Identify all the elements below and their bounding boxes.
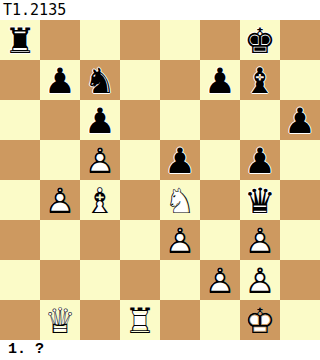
- black-piece-fill: ♞: [80, 60, 120, 100]
- square-g6[interactable]: [240, 100, 280, 140]
- piece-black-pawn: ♟: [280, 100, 320, 140]
- piece-black-pawn: ♟: [240, 140, 280, 180]
- square-e1[interactable]: [160, 300, 200, 340]
- square-d6[interactable]: [120, 100, 160, 140]
- square-b1[interactable]: ♛♕: [40, 300, 80, 340]
- piece-white-knight: ♞♘: [160, 180, 200, 220]
- square-c7[interactable]: ♞: [80, 60, 120, 100]
- white-piece-outline: ♙: [240, 220, 280, 260]
- square-h2[interactable]: [280, 260, 320, 300]
- piece-white-pawn: ♟♙: [200, 260, 240, 300]
- white-piece-outline: ♖: [120, 300, 160, 340]
- square-f4[interactable]: [200, 180, 240, 220]
- white-piece-outline: ♙: [40, 180, 80, 220]
- square-f1[interactable]: [200, 300, 240, 340]
- square-e8[interactable]: [160, 20, 200, 60]
- square-e6[interactable]: [160, 100, 200, 140]
- square-a8[interactable]: ♜: [0, 20, 40, 60]
- piece-black-pawn: ♟: [160, 140, 200, 180]
- square-a3[interactable]: [0, 220, 40, 260]
- piece-black-king: ♚: [240, 20, 280, 60]
- square-a7[interactable]: [0, 60, 40, 100]
- move-prompt: 1. ?: [8, 341, 44, 358]
- square-e4[interactable]: ♞♘: [160, 180, 200, 220]
- square-g3[interactable]: ♟♙: [240, 220, 280, 260]
- footer-bar: 1. ?: [0, 340, 320, 360]
- square-e7[interactable]: [160, 60, 200, 100]
- square-b8[interactable]: [40, 20, 80, 60]
- piece-white-pawn: ♟♙: [40, 180, 80, 220]
- square-b6[interactable]: [40, 100, 80, 140]
- black-piece-fill: ♚: [240, 20, 280, 60]
- black-piece-fill: ♟: [280, 100, 320, 140]
- black-piece-fill: ♟: [160, 140, 200, 180]
- black-piece-fill: ♟: [40, 60, 80, 100]
- piece-black-bishop: ♝: [240, 60, 280, 100]
- square-f3[interactable]: [200, 220, 240, 260]
- square-d4[interactable]: [120, 180, 160, 220]
- white-piece-outline: ♔: [240, 300, 280, 340]
- black-piece-fill: ♟: [240, 140, 280, 180]
- piece-black-rook: ♜: [0, 20, 40, 60]
- square-h6[interactable]: ♟: [280, 100, 320, 140]
- piece-white-pawn: ♟♙: [160, 220, 200, 260]
- black-piece-fill: ♟: [80, 100, 120, 140]
- square-g8[interactable]: ♚: [240, 20, 280, 60]
- square-f8[interactable]: [200, 20, 240, 60]
- square-c6[interactable]: ♟: [80, 100, 120, 140]
- piece-black-queen: ♛: [240, 180, 280, 220]
- square-f2[interactable]: ♟♙: [200, 260, 240, 300]
- square-d7[interactable]: [120, 60, 160, 100]
- square-h7[interactable]: [280, 60, 320, 100]
- square-d1[interactable]: ♜♖: [120, 300, 160, 340]
- square-f6[interactable]: [200, 100, 240, 140]
- chess-board: ♜♚♟♞♟♝♟♟♟♙♟♟♟♙♝♗♞♘♛♟♙♟♙♟♙♟♙♛♕♜♖♚♔: [0, 20, 320, 340]
- square-d2[interactable]: [120, 260, 160, 300]
- square-c4[interactable]: ♝♗: [80, 180, 120, 220]
- square-h5[interactable]: [280, 140, 320, 180]
- piece-white-pawn: ♟♙: [240, 260, 280, 300]
- white-piece-outline: ♙: [160, 220, 200, 260]
- piece-white-bishop: ♝♗: [80, 180, 120, 220]
- square-a1[interactable]: [0, 300, 40, 340]
- square-g1[interactable]: ♚♔: [240, 300, 280, 340]
- piece-white-pawn: ♟♙: [240, 220, 280, 260]
- piece-black-pawn: ♟: [80, 100, 120, 140]
- piece-white-king: ♚♔: [240, 300, 280, 340]
- piece-white-pawn: ♟♙: [80, 140, 120, 180]
- square-e5[interactable]: ♟: [160, 140, 200, 180]
- black-piece-fill: ♟: [200, 60, 240, 100]
- square-a2[interactable]: [0, 260, 40, 300]
- white-piece-outline: ♕: [40, 300, 80, 340]
- square-a6[interactable]: [0, 100, 40, 140]
- header-bar: T1.2135: [0, 0, 320, 20]
- square-c5[interactable]: ♟♙: [80, 140, 120, 180]
- white-piece-outline: ♗: [80, 180, 120, 220]
- square-h8[interactable]: [280, 20, 320, 60]
- square-c8[interactable]: [80, 20, 120, 60]
- piece-white-queen: ♛♕: [40, 300, 80, 340]
- square-b3[interactable]: [40, 220, 80, 260]
- square-e3[interactable]: ♟♙: [160, 220, 200, 260]
- square-b7[interactable]: ♟: [40, 60, 80, 100]
- square-b4[interactable]: ♟♙: [40, 180, 80, 220]
- chess-puzzle-page: T1.2135 ♜♚♟♞♟♝♟♟♟♙♟♟♟♙♝♗♞♘♛♟♙♟♙♟♙♟♙♛♕♜♖♚…: [0, 0, 320, 360]
- black-piece-fill: ♜: [0, 20, 40, 60]
- square-d5[interactable]: [120, 140, 160, 180]
- white-piece-outline: ♙: [200, 260, 240, 300]
- square-c2[interactable]: [80, 260, 120, 300]
- square-g5[interactable]: ♟: [240, 140, 280, 180]
- square-f5[interactable]: [200, 140, 240, 180]
- white-piece-outline: ♘: [160, 180, 200, 220]
- square-c1[interactable]: [80, 300, 120, 340]
- square-f7[interactable]: ♟: [200, 60, 240, 100]
- white-piece-outline: ♙: [80, 140, 120, 180]
- square-h4[interactable]: [280, 180, 320, 220]
- piece-black-pawn: ♟: [40, 60, 80, 100]
- square-g4[interactable]: ♛: [240, 180, 280, 220]
- piece-black-knight: ♞: [80, 60, 120, 100]
- piece-black-pawn: ♟: [200, 60, 240, 100]
- puzzle-id: T1.2135: [3, 1, 66, 19]
- square-c3[interactable]: [80, 220, 120, 260]
- square-h1[interactable]: [280, 300, 320, 340]
- square-d3[interactable]: [120, 220, 160, 260]
- square-a4[interactable]: [0, 180, 40, 220]
- square-g7[interactable]: ♝: [240, 60, 280, 100]
- black-piece-fill: ♛: [240, 180, 280, 220]
- square-g2[interactable]: ♟♙: [240, 260, 280, 300]
- square-h3[interactable]: [280, 220, 320, 260]
- piece-white-rook: ♜♖: [120, 300, 160, 340]
- white-piece-outline: ♙: [240, 260, 280, 300]
- square-e2[interactable]: [160, 260, 200, 300]
- square-b5[interactable]: [40, 140, 80, 180]
- square-b2[interactable]: [40, 260, 80, 300]
- black-piece-fill: ♝: [240, 60, 280, 100]
- square-d8[interactable]: [120, 20, 160, 60]
- square-a5[interactable]: [0, 140, 40, 180]
